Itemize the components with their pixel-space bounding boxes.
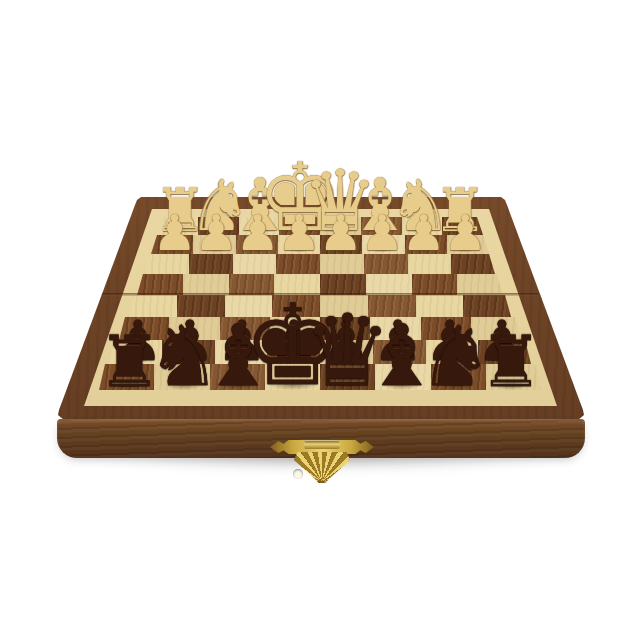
piece-white-pawn[interactable]: ♟ (153, 209, 197, 258)
piece-white-pawn[interactable]: ♟ (319, 209, 363, 258)
piece-white-pawn[interactable]: ♟ (236, 209, 280, 258)
product-photo-scene: ♜♞♝♚♛♝♞♜♟♟♟♟♟♟♟♟♟♟♟♟♟♟♟♟♜♞♝♚♛♝♞♜ (0, 0, 640, 640)
piece-white-pawn[interactable]: ♟ (194, 209, 238, 258)
piece-white-pawn[interactable]: ♟ (443, 209, 487, 258)
piece-white-pawn[interactable]: ♟ (360, 209, 404, 258)
piece-white-pawn[interactable]: ♟ (277, 209, 321, 258)
piece-black-rook[interactable]: ♜ (479, 326, 543, 397)
piece-white-pawn[interactable]: ♟ (402, 209, 446, 258)
pieces-layer: ♜♞♝♚♛♝♞♜♟♟♟♟♟♟♟♟♟♟♟♟♟♟♟♟♜♞♝♚♛♝♞♜ (0, 0, 640, 640)
